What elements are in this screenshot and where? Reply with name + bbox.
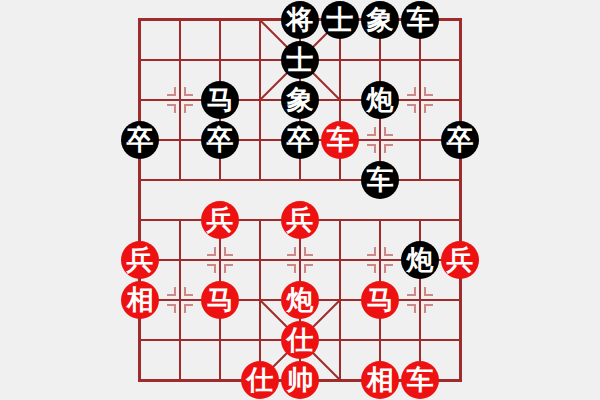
piece-black-horse[interactable]: 马 [201, 81, 239, 119]
piece-black-chariot[interactable]: 车 [361, 161, 399, 199]
xiangqi-board: 将士象车士马象炮卒卒卒卒车炮车兵兵兵兵相马炮马仕仕帅相车 [140, 20, 460, 380]
star-point-marker [424, 104, 433, 113]
star-point-marker [287, 247, 296, 256]
piece-red-cannon[interactable]: 炮 [281, 281, 319, 319]
star-point-marker [384, 264, 393, 273]
piece-red-advisor[interactable]: 仕 [241, 361, 279, 399]
star-point-marker [367, 247, 376, 256]
star-point-marker [424, 87, 433, 96]
star-point-marker [167, 87, 176, 96]
piece-red-chariot[interactable]: 车 [401, 361, 439, 399]
piece-black-pawn[interactable]: 卒 [201, 121, 239, 159]
star-point-marker [167, 304, 176, 313]
piece-red-elephant[interactable]: 相 [121, 281, 159, 319]
app-background: 将士象车士马象炮卒卒卒卒车炮车兵兵兵兵相马炮马仕仕帅相车 [0, 0, 600, 400]
star-point-marker [304, 247, 313, 256]
star-point-marker [407, 104, 416, 113]
piece-black-advisor[interactable]: 士 [281, 41, 319, 79]
star-point-marker [407, 304, 416, 313]
piece-red-pawn[interactable]: 兵 [121, 241, 159, 279]
star-point-marker [184, 87, 193, 96]
piece-red-general[interactable]: 帅 [281, 361, 319, 399]
piece-black-pawn[interactable]: 卒 [281, 121, 319, 159]
piece-black-advisor[interactable]: 士 [321, 1, 359, 39]
star-point-marker [184, 287, 193, 296]
star-point-marker [184, 304, 193, 313]
piece-black-general[interactable]: 将 [281, 1, 319, 39]
star-point-marker [207, 247, 216, 256]
piece-red-elephant[interactable]: 相 [361, 361, 399, 399]
star-point-marker [407, 287, 416, 296]
piece-red-chariot[interactable]: 车 [321, 121, 359, 159]
piece-black-elephant[interactable]: 象 [281, 81, 319, 119]
star-point-marker [367, 144, 376, 153]
star-point-marker [224, 247, 233, 256]
star-point-marker [304, 264, 313, 273]
piece-black-chariot[interactable]: 车 [401, 1, 439, 39]
star-point-marker [167, 104, 176, 113]
star-point-marker [424, 304, 433, 313]
grid-vline [179, 20, 181, 181]
grid-vline [179, 219, 181, 380]
star-point-marker [384, 127, 393, 136]
star-point-marker [384, 247, 393, 256]
piece-black-elephant[interactable]: 象 [361, 1, 399, 39]
piece-black-pawn[interactable]: 卒 [441, 121, 479, 159]
piece-red-pawn[interactable]: 兵 [281, 201, 319, 239]
piece-black-cannon[interactable]: 炮 [401, 241, 439, 279]
piece-black-pawn[interactable]: 卒 [121, 121, 159, 159]
piece-red-pawn[interactable]: 兵 [441, 241, 479, 279]
star-point-marker [184, 104, 193, 113]
star-point-marker [384, 144, 393, 153]
piece-red-horse[interactable]: 马 [361, 281, 399, 319]
star-point-marker [224, 264, 233, 273]
piece-black-cannon[interactable]: 炮 [361, 81, 399, 119]
piece-red-advisor[interactable]: 仕 [281, 321, 319, 359]
star-point-marker [424, 287, 433, 296]
star-point-marker [367, 127, 376, 136]
star-point-marker [367, 264, 376, 273]
piece-red-horse[interactable]: 马 [201, 281, 239, 319]
grid-vline [419, 20, 421, 181]
piece-red-pawn[interactable]: 兵 [201, 201, 239, 239]
star-point-marker [207, 264, 216, 273]
star-point-marker [287, 264, 296, 273]
star-point-marker [167, 287, 176, 296]
star-point-marker [407, 87, 416, 96]
